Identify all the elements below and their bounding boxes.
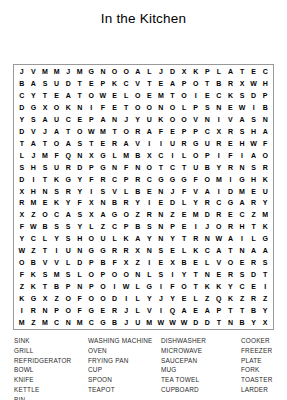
grid-cell: M	[39, 66, 51, 78]
grid-cell: L	[178, 245, 190, 257]
grid-cell: U	[97, 233, 109, 245]
grid-cell: M	[51, 268, 63, 280]
grid-cell: W	[248, 137, 260, 149]
grid-cell: R	[178, 137, 190, 149]
grid-cell: N	[97, 66, 109, 78]
grid-cell: B	[236, 316, 248, 328]
grid-cell: I	[16, 304, 28, 316]
grid-cell: L	[248, 233, 260, 245]
grid-cell: B	[16, 78, 28, 90]
grid-cell: R	[248, 197, 260, 209]
grid-cell: V	[225, 114, 237, 126]
grid-cell: O	[16, 257, 28, 269]
grid-cell: Y	[190, 197, 202, 209]
grid-cell: O	[97, 292, 109, 304]
grid-cell: C	[143, 173, 155, 185]
grid-cell: L	[120, 90, 132, 102]
grid-cell: A	[28, 78, 40, 90]
grid-cell: E	[155, 78, 167, 90]
grid-cell: S	[236, 90, 248, 102]
grid-cell: J	[39, 126, 51, 138]
grid-cell: R	[225, 126, 237, 138]
grid-cell: L	[74, 268, 86, 280]
grid-cell: Y	[28, 90, 40, 102]
word-list-item: FREEZER	[241, 346, 283, 356]
grid-cell: F	[74, 292, 86, 304]
grid-cell: E	[155, 197, 167, 209]
grid-cell: L	[109, 149, 121, 161]
grid-cell: A	[28, 137, 40, 149]
grid-cell: U	[167, 137, 179, 149]
grid-cell: V	[39, 257, 51, 269]
grid-cell: I	[155, 280, 167, 292]
grid-cell: G	[97, 149, 109, 161]
grid-cell: R	[62, 161, 74, 173]
grid-cell: F	[51, 149, 63, 161]
grid-cell: R	[16, 197, 28, 209]
grid-cell: C	[51, 316, 63, 328]
grid-cell: I	[120, 292, 132, 304]
word-list-item: KNIFE	[14, 375, 88, 385]
grid-cell: D	[167, 66, 179, 78]
grid-cell: E	[248, 66, 260, 78]
grid-cell: O	[167, 102, 179, 114]
grid-cell: R	[120, 197, 132, 209]
grid-cell: W	[248, 78, 260, 90]
grid-cell: Z	[132, 257, 144, 269]
grid-cell: O	[74, 126, 86, 138]
grid-cell: Z	[167, 209, 179, 221]
grid-cell: L	[178, 197, 190, 209]
grid-cell: B	[109, 197, 121, 209]
grid-cell: D	[248, 90, 260, 102]
grid-cell: X	[16, 209, 28, 221]
grid-cell: K	[225, 292, 237, 304]
grid-cell: O	[201, 173, 213, 185]
grid-cell: I	[236, 233, 248, 245]
grid-cell: U	[143, 114, 155, 126]
grid-cell: R	[190, 233, 202, 245]
grid-cell: A	[62, 209, 74, 221]
grid-cell: K	[16, 292, 28, 304]
word-list-item: LARDER	[241, 385, 283, 395]
grid-cell: X	[132, 245, 144, 257]
grid-cell: K	[201, 280, 213, 292]
grid-cell: T	[39, 280, 51, 292]
grid-cell: N	[109, 114, 121, 126]
grid-cell: S	[248, 114, 260, 126]
grid-cell: N	[155, 209, 167, 221]
grid-cell: T	[178, 161, 190, 173]
grid-cell: E	[225, 209, 237, 221]
grid-cell: S	[155, 268, 167, 280]
grid-cell: D	[16, 126, 28, 138]
grid-cell: K	[213, 280, 225, 292]
grid-cell: B	[201, 161, 213, 173]
grid-cell: P	[178, 126, 190, 138]
grid-cell: X	[259, 316, 271, 328]
grid-cell: R	[132, 126, 144, 138]
grid-cell: M	[16, 316, 28, 328]
grid-cell: X	[236, 78, 248, 90]
word-list-item: MICROWAVE	[161, 346, 241, 356]
grid-cell: O	[86, 268, 98, 280]
grid-cell: M	[213, 173, 225, 185]
grid-cell: S	[62, 268, 74, 280]
grid-cell: M	[28, 197, 40, 209]
grid-cell: A	[39, 114, 51, 126]
grid-cell: A	[132, 66, 144, 78]
grid-cell: O	[51, 137, 63, 149]
grid-cell: Z	[28, 209, 40, 221]
grid-cell: I	[28, 173, 40, 185]
grid-cell: H	[28, 161, 40, 173]
grid-cell: E	[225, 137, 237, 149]
grid-cell: Z	[51, 292, 63, 304]
grid-cell: V	[143, 304, 155, 316]
grid-cell: P	[86, 114, 98, 126]
grid-cell: D	[16, 173, 28, 185]
grid-cell: F	[178, 185, 190, 197]
word-list-item: TOASTER	[241, 375, 283, 385]
grid-cell: I	[213, 114, 225, 126]
grid-cell: W	[155, 316, 167, 328]
grid-cell: N	[62, 316, 74, 328]
grid-cell: T	[236, 304, 248, 316]
grid-cell: T	[259, 268, 271, 280]
grid-cell: K	[259, 173, 271, 185]
grid-cell: M	[51, 66, 63, 78]
grid-cell: T	[167, 90, 179, 102]
grid-cell: J	[167, 185, 179, 197]
grid-cell: Y	[74, 221, 86, 233]
grid-cell: N	[39, 304, 51, 316]
grid-cell: S	[16, 161, 28, 173]
grid-cell: Y	[132, 197, 144, 209]
grid-cell: G	[109, 209, 121, 221]
grid-cell: R	[109, 304, 121, 316]
grid-cell: G	[86, 66, 98, 78]
grid-cell: M	[155, 90, 167, 102]
grid-cell: G	[86, 304, 98, 316]
grid-cell: C	[213, 197, 225, 209]
grid-cell: G	[97, 316, 109, 328]
grid-cell: E	[39, 197, 51, 209]
grid-cell: D	[225, 185, 237, 197]
grid-cell: A	[178, 304, 190, 316]
grid-cell: Y	[248, 316, 260, 328]
grid-cell: E	[236, 257, 248, 269]
grid-cell: G	[236, 173, 248, 185]
grid-cell: W	[236, 102, 248, 114]
word-list-item: SINK	[14, 336, 88, 346]
grid-cell: Q	[213, 292, 225, 304]
grid-cell: E	[143, 185, 155, 197]
grid-cell: G	[225, 197, 237, 209]
grid-cell: A	[248, 245, 260, 257]
word-list-item: TEAPOT	[88, 385, 161, 395]
grid-cell: P	[120, 221, 132, 233]
grid-cell: B	[213, 78, 225, 90]
grid-cell: N	[236, 245, 248, 257]
grid-cell: Q	[62, 149, 74, 161]
wordsearch-grid: JVMMJMGNOOALJDXKPLATECBASUDTEPKCVTEAPOTB…	[13, 64, 274, 330]
grid-cell: S	[248, 161, 260, 173]
grid-cell: V	[132, 137, 144, 149]
grid-cell: T	[155, 161, 167, 173]
grid-cell: R	[213, 137, 225, 149]
grid-cell: F	[74, 197, 86, 209]
grid-cell: N	[39, 185, 51, 197]
grid-cell: L	[86, 221, 98, 233]
grid-cell: I	[155, 137, 167, 149]
grid-cell: O	[225, 257, 237, 269]
grid-cell: U	[51, 161, 63, 173]
grid-cell: Z	[132, 209, 144, 221]
grid-cell: O	[178, 114, 190, 126]
grid-cell: T	[225, 245, 237, 257]
grid-cell: X	[120, 257, 132, 269]
grid-cell: E	[201, 90, 213, 102]
grid-cell: T	[74, 90, 86, 102]
grid-cell: R	[225, 268, 237, 280]
grid-cell: I	[155, 304, 167, 316]
grid-cell: P	[51, 304, 63, 316]
grid-cell: O	[86, 233, 98, 245]
grid-cell: Z	[259, 292, 271, 304]
grid-cell: O	[86, 90, 98, 102]
grid-cell: C	[51, 209, 63, 221]
grid-cell: U	[62, 245, 74, 257]
grid-cell: J	[120, 304, 132, 316]
grid-cell: D	[16, 102, 28, 114]
grid-cell: S	[236, 126, 248, 138]
grid-cell: P	[86, 280, 98, 292]
word-column: DISHWASHERMICROWAVESAUCEPANMUGTEA TOWELC…	[161, 336, 241, 400]
grid-cell: R	[259, 161, 271, 173]
grid-cell: A	[236, 114, 248, 126]
grid-cell: C	[16, 90, 28, 102]
grid-cell: R	[225, 78, 237, 90]
grid-cell: Z	[201, 292, 213, 304]
grid-cell: E	[248, 280, 260, 292]
grid-cell: L	[190, 292, 202, 304]
grid-cell: E	[178, 292, 190, 304]
grid-cell: F	[74, 304, 86, 316]
grid-cell: N	[236, 161, 248, 173]
grid-cell: V	[190, 185, 202, 197]
grid-cell: D	[109, 292, 121, 304]
grid-cell: X	[86, 209, 98, 221]
grid-cell: S	[97, 185, 109, 197]
grid-cell: K	[51, 197, 63, 209]
grid-cell: S	[74, 209, 86, 221]
grid-cell: C	[109, 173, 121, 185]
grid-cell: H	[248, 173, 260, 185]
grid-cell: O	[178, 90, 190, 102]
grid-cell: Y	[16, 233, 28, 245]
grid-cell: A	[62, 90, 74, 102]
grid-cell: D	[201, 316, 213, 328]
grid-cell: A	[236, 197, 248, 209]
grid-cell: V	[28, 126, 40, 138]
grid-cell: I	[167, 268, 179, 280]
grid-cell: P	[259, 90, 271, 102]
grid-cell: K	[62, 102, 74, 114]
grid-cell: T	[201, 78, 213, 90]
grid-cell: I	[259, 280, 271, 292]
word-list-item: BOWL	[14, 365, 88, 375]
word-list-item: CUP	[88, 365, 161, 375]
grid-cell: W	[97, 90, 109, 102]
grid-cell: G	[28, 102, 40, 114]
grid-cell: Z	[28, 316, 40, 328]
grid-cell: M	[259, 209, 271, 221]
grid-cell: J	[120, 316, 132, 328]
grid-cell: I	[213, 185, 225, 197]
word-column: COOKERFREEZERPLATEFORKTOASTERLARDER	[241, 336, 283, 400]
grid-cell: C	[62, 114, 74, 126]
grid-cell: C	[259, 66, 271, 78]
grid-cell: E	[167, 245, 179, 257]
word-list-item: TEA TOWEL	[161, 375, 241, 385]
grid-cell: G	[28, 292, 40, 304]
grid-cell: D	[74, 161, 86, 173]
grid-cell: S	[51, 185, 63, 197]
grid-cell: F	[155, 126, 167, 138]
grid-cell: P	[86, 257, 98, 269]
grid-cell: N	[97, 197, 109, 209]
grid-cell: A	[143, 126, 155, 138]
grid-cell: E	[143, 90, 155, 102]
grid-cell: I	[109, 280, 121, 292]
word-list-item: COOKER	[241, 336, 283, 346]
grid-cell: X	[39, 102, 51, 114]
grid-cell: S	[143, 221, 155, 233]
grid-cell: P	[190, 126, 202, 138]
grid-cell: V	[51, 257, 63, 269]
word-list-item: WASHING MACHINE	[88, 336, 161, 346]
grid-cell: Y	[225, 280, 237, 292]
grid-cell: O	[120, 268, 132, 280]
grid-cell: A	[62, 137, 74, 149]
grid-cell: G	[259, 233, 271, 245]
grid-cell: N	[225, 316, 237, 328]
grid-cell: S	[51, 221, 63, 233]
grid-cell: I	[190, 90, 202, 102]
grid-cell: L	[132, 292, 144, 304]
grid-cell: T	[213, 316, 225, 328]
grid-cell: M	[236, 185, 248, 197]
grid-cell: D	[248, 268, 260, 280]
grid-cell: T	[39, 90, 51, 102]
grid-cell: S	[62, 233, 74, 245]
grid-cell: R	[120, 245, 132, 257]
grid-cell: L	[62, 257, 74, 269]
grid-cell: N	[74, 102, 86, 114]
grid-cell: Y	[143, 292, 155, 304]
grid-cell: A	[97, 114, 109, 126]
grid-cell: C	[120, 78, 132, 90]
grid-cell: I	[143, 257, 155, 269]
grid-cell: B	[132, 149, 144, 161]
grid-cell: N	[201, 233, 213, 245]
grid-cell: F	[225, 149, 237, 161]
word-list-item: DISHWASHER	[161, 336, 241, 346]
grid-cell: E	[109, 90, 121, 102]
grid-cell: I	[236, 149, 248, 161]
grid-cell: O	[120, 126, 132, 138]
grid-cell: O	[132, 90, 144, 102]
grid-cell: F	[167, 280, 179, 292]
grid-cell: C	[201, 245, 213, 257]
word-list-item: SPOON	[88, 375, 161, 385]
word-list: SINKGRILLREFRIDGERATORBOWLKNIFEKETTLEBIN…	[14, 336, 283, 400]
grid-cell: X	[16, 185, 28, 197]
grid-cell: O	[143, 102, 155, 114]
grid-cell: H	[236, 221, 248, 233]
grid-cell: C	[213, 90, 225, 102]
grid-cell: T	[39, 137, 51, 149]
grid-cell: X	[39, 292, 51, 304]
grid-cell: X	[178, 66, 190, 78]
grid-cell: N	[201, 268, 213, 280]
grid-cell: E	[190, 257, 202, 269]
grid-cell: K	[51, 173, 63, 185]
grid-cell: J	[62, 66, 74, 78]
word-list-item: MUG	[161, 365, 241, 375]
grid-cell: B	[132, 185, 144, 197]
grid-cell: L	[178, 102, 190, 114]
grid-cell: M	[143, 316, 155, 328]
grid-cell: L	[143, 268, 155, 280]
grid-cell: W	[86, 126, 98, 138]
grid-cell: B	[178, 257, 190, 269]
grid-cell: E	[167, 126, 179, 138]
grid-cell: J	[155, 292, 167, 304]
grid-cell: N	[132, 268, 144, 280]
grid-cell: R	[248, 257, 260, 269]
word-list-item: FORK	[241, 365, 283, 375]
grid-cell: J	[155, 66, 167, 78]
grid-cell: S	[39, 268, 51, 280]
grid-cell: N	[74, 245, 86, 257]
grid-cell: L	[213, 66, 225, 78]
grid-cell: B	[248, 304, 260, 316]
grid-cell: O	[190, 78, 202, 90]
grid-cell: A	[97, 209, 109, 221]
grid-cell: P	[86, 161, 98, 173]
grid-cell: F	[259, 137, 271, 149]
grid-cell: P	[178, 78, 190, 90]
grid-cell: G	[97, 245, 109, 257]
grid-cell: L	[132, 304, 144, 316]
grid-cell: U	[201, 137, 213, 149]
grid-cell: R	[97, 173, 109, 185]
grid-cell: V	[109, 185, 121, 197]
grid-cell: K	[225, 90, 237, 102]
grid-cell: B	[109, 316, 121, 328]
grid-cell: O	[120, 66, 132, 78]
grid-cell: W	[120, 280, 132, 292]
grid-cell: X	[213, 126, 225, 138]
grid-cell: Y	[74, 185, 86, 197]
word-list-item: REFRIDGERATOR	[14, 356, 88, 366]
grid-cell: O	[86, 292, 98, 304]
puzzle-page: In the Kitchen JVMMJMGNOOALJDXKPLATECBAS…	[0, 0, 287, 400]
grid-cell: E	[178, 221, 190, 233]
grid-cell: B	[132, 221, 144, 233]
